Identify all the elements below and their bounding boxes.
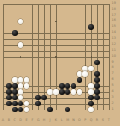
go-board-screenshot: ABCDEFGHJKLMNOPQRST 19181716151413121110… (0, 0, 120, 126)
column-label-T: T (106, 118, 112, 123)
column-labels: ABCDEFGHJKLMNOPQRST (0, 118, 112, 123)
board-intersections[interactable] (0, 1, 112, 113)
row-label-1: 1 (112, 107, 120, 113)
row-labels: 19181716151413121110987654321 (112, 1, 120, 113)
